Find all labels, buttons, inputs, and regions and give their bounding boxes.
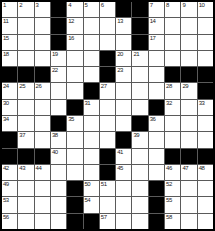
grid-cell[interactable] [100,100,115,115]
grid-cell[interactable] [165,18,180,33]
grid-cell[interactable] [18,214,33,229]
black-cell [149,197,164,212]
clue-number: 50 [85,181,91,187]
grid-cell[interactable] [67,149,82,164]
grid-cell[interactable] [51,165,66,180]
clue-number: 48 [199,165,205,171]
grid-cell[interactable] [116,197,131,212]
grid-cell[interactable] [149,83,164,98]
grid-cell[interactable] [35,197,50,212]
grid-cell[interactable]: 11 [2,18,17,33]
clue-number: 41 [117,149,123,155]
clue-number: 3 [36,2,39,8]
grid-cell[interactable] [67,51,82,66]
clue-number: 9 [182,2,185,8]
grid-cell[interactable] [18,51,33,66]
grid-cell[interactable] [67,165,82,180]
grid-cell[interactable]: 51 [100,181,115,196]
clue-number: 24 [3,83,9,89]
clue-number: 36 [150,116,156,122]
grid-cell[interactable]: 57 [100,214,115,229]
grid-cell[interactable]: 53 [2,197,17,212]
clue-number: 27 [101,83,107,89]
grid-cell[interactable]: 43 [18,165,33,180]
grid-cell[interactable] [35,214,50,229]
grid-cell[interactable] [116,116,131,131]
grid-cell[interactable]: 3 [35,2,50,17]
grid-cell[interactable]: 20 [116,51,131,66]
black-cell [100,149,115,164]
black-cell [198,83,213,98]
grid-cell[interactable]: 17 [149,35,164,50]
clue-number: 10 [199,2,205,8]
grid-cell[interactable]: 38 [51,132,66,147]
grid-cell[interactable] [198,51,213,66]
black-cell [149,181,164,196]
clue-number: 44 [36,165,42,171]
black-cell [116,132,131,147]
clue-number: 52 [166,181,172,187]
clue-number: 53 [3,197,9,203]
grid-cell[interactable] [84,35,99,50]
clue-number: 55 [166,197,172,203]
clue-number: 5 [85,2,88,8]
clue-number: 43 [19,165,25,171]
clue-number: 13 [117,18,123,24]
grid-cell[interactable]: 2 [18,2,33,17]
grid-cell[interactable] [116,100,131,115]
clue-number: 22 [52,67,58,73]
grid-cell[interactable]: 55 [165,197,180,212]
black-cell [35,67,50,82]
grid-cell[interactable]: 26 [35,83,50,98]
black-cell [2,67,17,82]
clue-number: 31 [85,100,91,106]
clue-number: 8 [166,2,169,8]
grid-cell[interactable]: 16 [67,35,82,50]
grid-cell[interactable] [181,51,196,66]
black-cell [198,149,213,164]
grid-cell[interactable] [51,197,66,212]
grid-cell[interactable]: 48 [198,165,213,180]
clue-number: 17 [150,35,156,41]
grid-cell[interactable]: 15 [2,35,17,50]
grid-cell[interactable] [67,83,82,98]
clue-number: 47 [182,165,188,171]
grid-cell[interactable] [181,197,196,212]
grid-cell[interactable] [100,116,115,131]
black-cell [116,2,131,17]
grid-cell[interactable]: 29 [181,83,196,98]
grid-cell[interactable]: 9 [181,2,196,17]
grid-cell[interactable] [100,35,115,50]
black-cell [132,116,147,131]
clue-number: 25 [19,83,25,89]
grid-cell[interactable] [35,51,50,66]
crossword-board: 1234567891011121314151617181920212223242… [0,0,215,231]
clue-number: 54 [85,197,91,203]
clue-number: 21 [133,51,139,57]
grid-cell[interactable]: 47 [181,165,196,180]
grid-cell[interactable]: 30 [2,100,17,115]
black-cell [84,214,99,229]
grid-cell[interactable] [18,197,33,212]
grid-cell[interactable] [84,165,99,180]
grid-cell[interactable] [35,35,50,50]
clue-number: 20 [117,51,123,57]
black-cell [100,165,115,180]
grid-cell[interactable] [132,100,147,115]
clue-number: 30 [3,100,9,106]
black-cell [181,67,196,82]
grid-cell[interactable] [84,132,99,147]
grid-cell[interactable]: 31 [84,100,99,115]
grid-cell[interactable]: 37 [18,132,33,147]
clue-number: 32 [166,100,172,106]
grid-cell[interactable] [35,181,50,196]
grid-cell[interactable] [35,116,50,131]
black-cell [149,214,164,229]
grid-cell[interactable]: 39 [132,132,147,147]
grid-cell[interactable] [149,149,164,164]
clue-number: 46 [166,165,172,171]
grid-cell[interactable] [100,18,115,33]
grid-cell[interactable] [198,214,213,229]
grid-cell[interactable]: 56 [2,214,17,229]
grid-cell[interactable] [132,149,147,164]
grid-cell[interactable]: 25 [18,83,33,98]
grid-cell[interactable] [132,197,147,212]
grid-cell[interactable] [84,51,99,66]
grid-cell[interactable]: 10 [198,2,213,17]
clue-number: 42 [3,165,9,171]
clue-number: 35 [68,116,74,122]
clue-number: 2 [19,2,22,8]
black-cell [100,51,115,66]
grid-cell[interactable]: 23 [116,67,131,82]
clue-number: 1 [3,2,6,8]
grid-cell[interactable]: 49 [2,181,17,196]
grid-cell[interactable]: 44 [35,165,50,180]
grid-cell[interactable]: 24 [2,83,17,98]
grid-cell[interactable] [198,197,213,212]
grid-cell[interactable]: 14 [149,18,164,33]
grid-cell[interactable] [51,83,66,98]
grid-cell[interactable] [132,181,147,196]
grid-cell[interactable] [181,214,196,229]
grid-cell[interactable]: 46 [165,165,180,180]
grid-cell[interactable] [198,132,213,147]
grid-cell[interactable] [51,100,66,115]
grid-cell[interactable] [51,181,66,196]
grid-cell[interactable] [165,132,180,147]
clue-number: 56 [3,214,9,220]
clue-number: 38 [52,132,58,138]
grid-cell[interactable] [181,181,196,196]
grid-cell[interactable]: 42 [2,165,17,180]
grid-cell[interactable] [132,214,147,229]
grid-cell[interactable]: 12 [67,18,82,33]
grid-cell[interactable]: 34 [2,116,17,131]
grid-cell[interactable] [149,165,164,180]
grid-cell[interactable] [132,67,147,82]
grid-cell[interactable] [132,83,147,98]
clue-number: 11 [3,18,8,24]
grid-cell[interactable] [181,18,196,33]
black-cell [165,67,180,82]
grid-cell[interactable] [84,149,99,164]
black-cell [165,149,180,164]
black-cell [100,67,115,82]
clue-number: 12 [68,18,74,24]
grid-cell[interactable]: 36 [149,116,164,131]
grid-cell[interactable]: 58 [165,214,180,229]
black-cell [132,35,147,50]
grid-cell[interactable]: 6 [100,2,115,17]
clue-number: 33 [199,100,205,106]
grid-cell[interactable] [84,116,99,131]
black-cell [181,149,196,164]
grid-cell[interactable] [149,132,164,147]
grid-cell[interactable] [18,116,33,131]
grid-cell[interactable] [116,214,131,229]
grid-cell[interactable]: 33 [198,100,213,115]
grid-cell[interactable]: 1 [2,2,17,17]
clue-number: 45 [117,165,123,171]
grid-cell[interactable]: 54 [84,197,99,212]
grid-cell[interactable] [116,83,131,98]
grid-cell[interactable] [67,67,82,82]
grid-cell[interactable] [198,116,213,131]
grid-cell[interactable] [35,18,50,33]
black-cell [2,149,17,164]
grid-cell[interactable] [18,18,33,33]
grid-cell[interactable]: 21 [132,51,147,66]
grid-cell[interactable] [181,35,196,50]
clue-number: 58 [166,214,172,220]
grid-cell[interactable] [149,67,164,82]
grid-cell[interactable] [198,18,213,33]
grid-cell[interactable]: 27 [100,83,115,98]
black-cell [132,2,147,17]
grid-cell[interactable] [67,132,82,147]
clue-number: 23 [117,67,123,73]
crossword-puzzle: 1234567891011121314151617181920212223242… [0,0,215,231]
black-cell [51,35,66,50]
grid-cell[interactable]: 13 [116,18,131,33]
grid-cell[interactable] [165,51,180,66]
grid-cell[interactable]: 8 [165,2,180,17]
clue-number: 49 [3,181,9,187]
clue-number: 7 [150,2,153,8]
clue-number: 29 [182,83,188,89]
black-cell [67,214,82,229]
clue-number: 34 [3,116,9,122]
black-cell [2,132,17,147]
grid-cell[interactable] [18,100,33,115]
grid-cell[interactable] [18,181,33,196]
black-cell [84,83,99,98]
grid-cell[interactable] [149,51,164,66]
grid-cell[interactable] [165,116,180,131]
grid-cell[interactable] [165,35,180,50]
black-cell [67,100,82,115]
grid-cell[interactable]: 5 [84,2,99,17]
grid-cell[interactable]: 28 [165,83,180,98]
clue-number: 28 [166,83,172,89]
clue-number: 37 [19,132,25,138]
grid-cell[interactable] [51,214,66,229]
clue-number: 40 [52,149,58,155]
black-cell [51,116,66,131]
grid-cell[interactable]: 52 [165,181,180,196]
grid-cell[interactable]: 18 [2,51,17,66]
black-cell [132,18,147,33]
grid-cell[interactable]: 19 [51,51,66,66]
black-cell [149,100,164,115]
clue-number: 6 [101,2,104,8]
clue-number: 15 [3,35,9,41]
grid-cell[interactable] [35,100,50,115]
grid-cell[interactable] [18,35,33,50]
black-cell [51,2,66,17]
grid-cell[interactable]: 35 [67,116,82,131]
grid-cell[interactable] [84,67,99,82]
grid-cell[interactable] [198,35,213,50]
grid-cell[interactable] [116,181,131,196]
clue-number: 14 [150,18,156,24]
grid-cell[interactable] [181,100,196,115]
black-cell [198,67,213,82]
grid-cell[interactable]: 50 [84,181,99,196]
grid-cell[interactable]: 4 [67,2,82,17]
grid-cell[interactable] [198,181,213,196]
black-cell [18,149,33,164]
black-cell [67,181,82,196]
clue-number: 51 [101,181,107,187]
grid-cell[interactable]: 45 [116,165,131,180]
grid-cell[interactable] [84,18,99,33]
black-cell [35,149,50,164]
grid-cell[interactable] [116,35,131,50]
clue-number: 19 [52,51,58,57]
clue-number: 16 [68,35,74,41]
black-cell [51,18,66,33]
clue-number: 39 [133,132,139,138]
grid-cell[interactable] [132,165,147,180]
grid-cell[interactable]: 32 [165,100,180,115]
grid-cell[interactable]: 7 [149,2,164,17]
grid-cell[interactable] [181,116,196,131]
clue-number: 18 [3,51,9,57]
grid-cell[interactable] [100,197,115,212]
grid-cell[interactable]: 41 [116,149,131,164]
clue-number: 57 [101,214,107,220]
grid-cell[interactable]: 40 [51,149,66,164]
black-cell [18,67,33,82]
grid-cell[interactable] [181,132,196,147]
clue-number: 26 [36,83,42,89]
black-cell [67,197,82,212]
grid-cell[interactable]: 22 [51,67,66,82]
clue-number: 4 [68,2,71,8]
grid-cell[interactable] [35,132,50,147]
grid-cell[interactable] [100,132,115,147]
